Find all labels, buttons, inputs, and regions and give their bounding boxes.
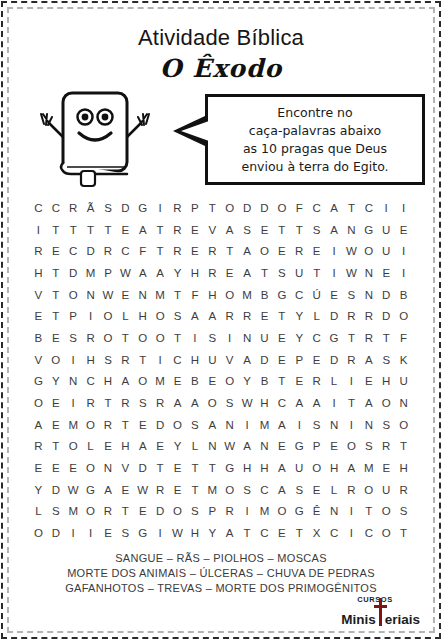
grid-cell: N	[360, 414, 377, 436]
grid-cell: O	[134, 327, 151, 349]
grid-cell: S	[47, 501, 64, 523]
grid-cell: H	[256, 392, 273, 414]
grid-cell: E	[204, 371, 221, 393]
logo-bottom-text: Miniseriais	[341, 604, 420, 626]
grid-cell: T	[169, 327, 186, 349]
grid-cell: T	[186, 479, 203, 501]
grid-cell: P	[99, 262, 116, 284]
grid-cell: G	[325, 327, 342, 349]
grid-cell: R	[343, 349, 360, 371]
grid-cell: E	[273, 240, 290, 262]
grid-cell: T	[204, 457, 221, 479]
grid-cell: B	[30, 327, 47, 349]
grid-cell: E	[221, 262, 238, 284]
grid-cell: C	[273, 392, 290, 414]
grid-cell: T	[343, 197, 360, 219]
grid-cell: H	[186, 262, 203, 284]
grid-cell: R	[99, 240, 116, 262]
grid-cell: Y	[169, 436, 186, 458]
grid-cell: E	[256, 219, 273, 241]
grid-cell: U	[256, 327, 273, 349]
grid-cell: E	[169, 479, 186, 501]
grid-cell: D	[64, 262, 81, 284]
grid-cell: E	[134, 414, 151, 436]
grid-cell: R	[343, 479, 360, 501]
grid-cell: O	[99, 327, 116, 349]
grid-cell: E	[99, 522, 116, 544]
grid-cell: R	[169, 219, 186, 241]
grid-cell: H	[395, 457, 412, 479]
grid-cell: T	[134, 349, 151, 371]
grid-cell: T	[151, 240, 168, 262]
grid-cell: I	[238, 414, 255, 436]
grid-cell: D	[82, 240, 99, 262]
grid-cell: I	[238, 501, 255, 523]
grid-cell: A	[169, 392, 186, 414]
grid-cell: R	[99, 501, 116, 523]
grid-cell: M	[204, 479, 221, 501]
grid-cell: N	[360, 284, 377, 306]
grid-cell: N	[221, 414, 238, 436]
grid-cell: E	[117, 219, 134, 241]
grid-cell: H	[186, 349, 203, 371]
grid-cell: O	[169, 501, 186, 523]
grid-cell: O	[378, 392, 395, 414]
grid-cell: M	[151, 284, 168, 306]
grid-cell: E	[169, 457, 186, 479]
grid-cell: A	[186, 392, 203, 414]
grid-cell: H	[238, 457, 255, 479]
grid-cell: M	[151, 371, 168, 393]
grid-cell: R	[221, 501, 238, 523]
grid-cell: X	[308, 522, 325, 544]
grid-cell: O	[134, 371, 151, 393]
grid-cell: S	[186, 501, 203, 523]
grid-cell: R	[204, 262, 221, 284]
grid-cell: B	[256, 284, 273, 306]
grid-cell: Y	[291, 327, 308, 349]
grid-cell: G	[30, 371, 47, 393]
publisher-logo: CURSOS Miniseriais	[341, 596, 420, 627]
grid-cell: U	[378, 479, 395, 501]
grid-cell: A	[134, 219, 151, 241]
grid-cell: O	[64, 284, 81, 306]
grid-cell: R	[82, 392, 99, 414]
grid-cell: D	[47, 479, 64, 501]
grid-cell: N	[238, 327, 255, 349]
grid-cell: E	[47, 392, 64, 414]
grid-cell: O	[82, 457, 99, 479]
grid-cell: Y	[291, 305, 308, 327]
grid-cell: C	[169, 349, 186, 371]
grid-cell: T	[343, 392, 360, 414]
grid-cell: A	[325, 219, 342, 241]
grid-cell: H	[325, 457, 342, 479]
grid-cell: K	[395, 349, 412, 371]
grid-cell: A	[204, 305, 221, 327]
grid-cell: N	[325, 501, 342, 523]
grid-cell: A	[186, 305, 203, 327]
grid-cell: E	[117, 479, 134, 501]
grid-cell: S	[64, 327, 81, 349]
grid-cell: W	[221, 436, 238, 458]
grid-cell: A	[325, 197, 342, 219]
grid-cell: D	[151, 414, 168, 436]
bubble-line-2: caça-palavras abaixo	[212, 122, 418, 140]
grid-cell: A	[308, 392, 325, 414]
grid-cell: T	[238, 522, 255, 544]
grid-cell: C	[256, 522, 273, 544]
grid-cell: T	[343, 327, 360, 349]
grid-cell: T	[99, 219, 116, 241]
grid-cell: O	[82, 501, 99, 523]
grid-cell: H	[378, 371, 395, 393]
word-search-grid: CCRÃSDGIRPTODDOFCATCIIITTTTEATREVASETTSA…	[30, 197, 413, 544]
grid-cell: I	[343, 414, 360, 436]
grid-cell: R	[169, 197, 186, 219]
grid-cell: B	[256, 371, 273, 393]
grid-cell: T	[47, 436, 64, 458]
grid-cell: T	[117, 414, 134, 436]
grid-cell: U	[291, 457, 308, 479]
grid-cell: T	[117, 501, 134, 523]
grid-cell: M	[256, 414, 273, 436]
grid-cell: T	[273, 371, 290, 393]
grid-cell: U	[378, 219, 395, 241]
bubble-line-3: as 10 pragas que Deus	[212, 140, 418, 158]
grid-cell: T	[273, 305, 290, 327]
word-bank-line-3: GAFANHOTOS – TREVAS – MORTE DOS PRIMOGÊN…	[65, 581, 377, 596]
grid-cell: I	[291, 414, 308, 436]
grid-cell: A	[204, 414, 221, 436]
grid-cell: H	[204, 284, 221, 306]
grid-cell: I	[151, 349, 168, 371]
grid-cell: O	[169, 414, 186, 436]
grid-cell: N	[343, 219, 360, 241]
grid-cell: T	[186, 457, 203, 479]
grid-cell: I	[30, 219, 47, 241]
cross-icon	[376, 604, 385, 628]
grid-cell: S	[291, 479, 308, 501]
grid-cell: M	[360, 457, 377, 479]
grid-cell: E	[273, 522, 290, 544]
grid-cell: A	[360, 392, 377, 414]
grid-cell: R	[169, 240, 186, 262]
grid-cell: D	[117, 197, 134, 219]
grid-cell: L	[308, 305, 325, 327]
grid-cell: V	[204, 219, 221, 241]
grid-cell: L	[117, 305, 134, 327]
grid-cell: I	[64, 349, 81, 371]
grid-cell: E	[360, 371, 377, 393]
grid-cell: C	[308, 197, 325, 219]
grid-cell: I	[151, 197, 168, 219]
grid-cell: O	[273, 501, 290, 523]
grid-cell: A	[238, 240, 255, 262]
grid-cell: E	[151, 436, 168, 458]
grid-cell: R	[221, 305, 238, 327]
grid-cell: C	[117, 240, 134, 262]
grid-cell: O	[360, 479, 377, 501]
grid-cell: E	[308, 240, 325, 262]
grid-cell: I	[221, 327, 238, 349]
grid-cell: D	[256, 197, 273, 219]
grid-cell: C	[291, 284, 308, 306]
grid-cell: N	[204, 436, 221, 458]
grid-cell: P	[291, 349, 308, 371]
grid-cell: B	[395, 284, 412, 306]
speech-bubble: Encontre no caça-palavras abaixo as 10 p…	[205, 94, 425, 185]
grid-cell: I	[343, 371, 360, 393]
worksheet-page: { "game": "word-search", "page": { "titl…	[0, 0, 442, 640]
grid-cell: P	[204, 501, 221, 523]
grid-cell: C	[47, 197, 64, 219]
grid-cell: S	[134, 392, 151, 414]
grid-cell: S	[186, 414, 203, 436]
grid-cell: E	[273, 327, 290, 349]
grid-cell: O	[221, 284, 238, 306]
grid-cell: M	[64, 414, 81, 436]
grid-cell: R	[151, 392, 168, 414]
grid-cell: O	[308, 457, 325, 479]
grid-cell: I	[395, 262, 412, 284]
grid-cell: M	[64, 501, 81, 523]
grid-cell: W	[343, 240, 360, 262]
grid-cell: S	[117, 522, 134, 544]
grid-cell: T	[151, 219, 168, 241]
grid-cell: S	[343, 284, 360, 306]
grid-cell: O	[378, 522, 395, 544]
grid-cell: R	[238, 305, 255, 327]
grid-cell: E	[30, 457, 47, 479]
grid-cell: G	[134, 197, 151, 219]
logo-top-text: CURSOS	[357, 596, 420, 604]
grid-cell: O	[151, 305, 168, 327]
grid-cell: T	[47, 262, 64, 284]
grid-cell: S	[395, 501, 412, 523]
grid-cell: E	[395, 219, 412, 241]
grid-cell: S	[99, 349, 116, 371]
grid-cell: S	[273, 262, 290, 284]
grid-cell: E	[64, 457, 81, 479]
page-title: Atividade Bíblica	[138, 25, 304, 51]
grid-cell: S	[221, 392, 238, 414]
grid-cell: R	[117, 349, 134, 371]
grid-cell: R	[30, 240, 47, 262]
grid-cell: E	[308, 479, 325, 501]
grid-cell: A	[134, 436, 151, 458]
grid-cell: O	[221, 479, 238, 501]
grid-cell: D	[256, 349, 273, 371]
page-subtitle: O Êxodo	[160, 54, 282, 83]
grid-cell: G	[82, 479, 99, 501]
grid-cell: C	[64, 240, 81, 262]
grid-cell: N	[360, 262, 377, 284]
grid-cell: L	[82, 436, 99, 458]
grid-cell: T	[99, 392, 116, 414]
grid-cell: I	[325, 392, 342, 414]
grid-cell: C	[360, 522, 377, 544]
grid-cell: H	[256, 457, 273, 479]
grid-cell: D	[378, 284, 395, 306]
grid-cell: I	[325, 240, 342, 262]
grid-cell: D	[47, 522, 64, 544]
grid-cell: E	[273, 349, 290, 371]
grid-cell: S	[238, 479, 255, 501]
grid-cell: O	[64, 436, 81, 458]
grid-cell: E	[47, 327, 64, 349]
grid-cell: T	[204, 197, 221, 219]
grid-cell: A	[291, 392, 308, 414]
grid-cell: I	[82, 522, 99, 544]
grid-cell: W	[238, 392, 255, 414]
grid-cell: T	[395, 522, 412, 544]
grid-cell: O	[30, 392, 47, 414]
grid-cell: D	[325, 349, 342, 371]
grid-cell: O	[82, 414, 99, 436]
grid-cell: A	[151, 262, 168, 284]
grid-cell: R	[99, 414, 116, 436]
word-bank-line-1: SANGUE – RÃS – PIOLHOS – MOSCAS	[65, 551, 377, 566]
grid-cell: E	[325, 284, 342, 306]
grid-cell: V	[221, 349, 238, 371]
grid-cell: D	[325, 305, 342, 327]
grid-cell: R	[395, 479, 412, 501]
grid-cell: I	[343, 501, 360, 523]
grid-cell: H	[117, 436, 134, 458]
grid-cell: F	[395, 327, 412, 349]
grid-cell: D	[134, 457, 151, 479]
grid-cell: O	[30, 522, 47, 544]
grid-cell: D	[378, 305, 395, 327]
grid-cell: W	[117, 262, 134, 284]
grid-cell: R	[64, 197, 81, 219]
grid-cell: Y	[238, 371, 255, 393]
grid-cell: S	[169, 305, 186, 327]
grid-cell: I	[395, 197, 412, 219]
grid-cell: E	[117, 284, 134, 306]
grid-cell: L	[30, 501, 47, 523]
grid-cell: A	[221, 522, 238, 544]
grid-cell: D	[238, 197, 255, 219]
grid-cell: Y	[169, 262, 186, 284]
grid-cell: E	[378, 262, 395, 284]
grid-cell: O	[395, 305, 412, 327]
grid-cell: R	[204, 240, 221, 262]
grid-cell: W	[64, 479, 81, 501]
grid-cell: E	[134, 501, 151, 523]
grid-cell: T	[47, 219, 64, 241]
grid-cell: E	[256, 305, 273, 327]
grid-cell: G	[360, 219, 377, 241]
grid-cell: R	[117, 392, 134, 414]
grid-cell: Ú	[308, 284, 325, 306]
grid-cell: G	[134, 522, 151, 544]
grid-cell: P	[308, 436, 325, 458]
grid-cell: T	[395, 436, 412, 458]
grid-cell: S	[308, 219, 325, 241]
grid-cell: A	[343, 457, 360, 479]
grid-cell: O	[99, 305, 116, 327]
grid-cell: L	[325, 371, 342, 393]
grid-cell: A	[238, 436, 255, 458]
grid-cell: R	[82, 327, 99, 349]
grid-cell: E	[378, 457, 395, 479]
grid-cell: M	[256, 501, 273, 523]
grid-cell: R	[360, 305, 377, 327]
grid-cell: V	[30, 284, 47, 306]
grid-cell: G	[291, 436, 308, 458]
grid-cell: P	[186, 197, 203, 219]
grid-cell: R	[151, 479, 168, 501]
grid-cell: O	[378, 501, 395, 523]
worksheet-content: Atividade Bíblica O Êxodo	[13, 11, 429, 629]
grid-cell: T	[117, 327, 134, 349]
grid-cell: H	[134, 305, 151, 327]
grid-cell: E	[169, 371, 186, 393]
grid-cell: N	[325, 414, 342, 436]
word-bank: SANGUE – RÃS – PIOLHOS – MOSCAS MORTE DO…	[65, 551, 377, 596]
grid-cell: A	[117, 371, 134, 393]
grid-cell: C	[325, 522, 342, 544]
grid-cell: V	[30, 349, 47, 371]
grid-cell: A	[273, 457, 290, 479]
grid-cell: S	[308, 414, 325, 436]
grid-cell: P	[64, 305, 81, 327]
grid-cell: D	[151, 501, 168, 523]
grid-cell: A	[238, 349, 255, 371]
grid-cell: F	[134, 240, 151, 262]
grid-cell: T	[151, 457, 168, 479]
grid-cell: E	[186, 219, 203, 241]
grid-cell: A	[221, 219, 238, 241]
grid-cell: I	[343, 522, 360, 544]
grid-cell: T	[378, 327, 395, 349]
grid-cell: W	[134, 479, 151, 501]
grid-cell: F	[186, 284, 203, 306]
grid-cell: E	[30, 305, 47, 327]
grid-cell: T	[82, 219, 99, 241]
grid-cell: S	[360, 436, 377, 458]
grid-cell: E	[273, 436, 290, 458]
bubble-line-1: Encontre no	[212, 104, 418, 122]
grid-cell: T	[308, 262, 325, 284]
grid-cell: I	[325, 262, 342, 284]
grid-cell: N	[134, 284, 151, 306]
grid-cell: C	[82, 371, 99, 393]
word-bank-line-2: MORTE DOS ANIMAIS – ÚLCERAS – CHUVA DE P…	[65, 566, 377, 581]
grid-cell: Y	[204, 522, 221, 544]
grid-cell: O	[221, 371, 238, 393]
grid-cell: G	[273, 284, 290, 306]
grid-cell: R	[378, 436, 395, 458]
grid-cell: O	[47, 349, 64, 371]
grid-cell: O	[395, 414, 412, 436]
bubble-line-4: enviou à terra do Egito.	[212, 158, 418, 176]
grid-cell: O	[221, 197, 238, 219]
grid-cell: W	[99, 284, 116, 306]
grid-cell: Ê	[308, 501, 325, 523]
grid-cell: M	[238, 284, 255, 306]
grid-cell: E	[308, 349, 325, 371]
grid-cell: O	[360, 240, 377, 262]
grid-cell: F	[291, 197, 308, 219]
grid-cell: O	[256, 240, 273, 262]
grid-cell: U	[291, 262, 308, 284]
grid-cell: A	[360, 349, 377, 371]
grid-cell: C	[360, 197, 377, 219]
book-mascot-icon	[29, 89, 161, 189]
